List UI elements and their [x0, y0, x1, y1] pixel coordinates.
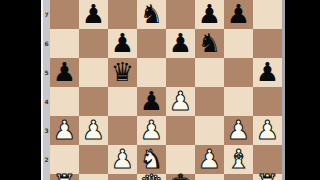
square-b7[interactable]: ♟ [79, 0, 108, 29]
piece-white-bishop-g2[interactable]: ♝ [224, 145, 253, 174]
square-c2[interactable]: ♟ [108, 145, 137, 174]
square-c1[interactable] [108, 174, 137, 180]
square-d4[interactable]: ♟ [137, 87, 166, 116]
piece-black-pawn-h5[interactable]: ♟ [253, 58, 282, 87]
square-d1[interactable]: ♛ [137, 174, 166, 180]
piece-white-pawn-g3[interactable]: ♟ [224, 116, 253, 145]
square-c3[interactable] [108, 116, 137, 145]
square-b3[interactable]: ♟ [79, 116, 108, 145]
square-f5[interactable] [195, 58, 224, 87]
piece-black-pawn-c6[interactable]: ♟ [108, 29, 137, 58]
square-e7[interactable] [166, 0, 195, 29]
piece-white-rook-a1[interactable]: ♜ [50, 170, 79, 180]
square-a1[interactable]: ♜ [50, 174, 79, 180]
rank-label-6: 6 [43, 29, 50, 58]
square-f1[interactable] [195, 174, 224, 180]
square-f4[interactable] [195, 87, 224, 116]
square-b4[interactable] [79, 87, 108, 116]
square-g3[interactable]: ♟ [224, 116, 253, 145]
piece-white-pawn-b3[interactable]: ♟ [79, 116, 108, 145]
letterbox-left [0, 0, 41, 180]
square-h4[interactable] [253, 87, 282, 116]
rank-label-5: 5 [43, 58, 50, 87]
rank-labels-strip: 765432 [41, 0, 50, 180]
square-h7[interactable] [253, 0, 282, 29]
square-g6[interactable] [224, 29, 253, 58]
square-g7[interactable]: ♟ [224, 0, 253, 29]
rank-label-2: 2 [43, 145, 50, 174]
square-a6[interactable] [50, 29, 79, 58]
piece-black-pawn-b7[interactable]: ♟ [79, 0, 108, 29]
piece-white-pawn-c2[interactable]: ♟ [108, 145, 137, 174]
square-c7[interactable] [108, 0, 137, 29]
piece-black-knight-d7[interactable]: ♞ [137, 0, 166, 29]
square-f2[interactable]: ♟ [195, 145, 224, 174]
square-d6[interactable] [137, 29, 166, 58]
square-e6[interactable]: ♟ [166, 29, 195, 58]
piece-white-pawn-h3[interactable]: ♟ [253, 116, 282, 145]
square-e3[interactable] [166, 116, 195, 145]
square-h1[interactable]: ♜ [253, 174, 282, 180]
square-g1[interactable] [224, 174, 253, 180]
square-d5[interactable] [137, 58, 166, 87]
square-e5[interactable] [166, 58, 195, 87]
rank-label-3: 3 [43, 116, 50, 145]
piece-white-pawn-f2[interactable]: ♟ [195, 145, 224, 174]
square-h3[interactable]: ♟ [253, 116, 282, 145]
square-a4[interactable] [50, 87, 79, 116]
board-right-edge [282, 0, 285, 180]
piece-white-pawn-a3[interactable]: ♟ [50, 116, 79, 145]
piece-white-king-e1[interactable]: ♚ [166, 170, 195, 180]
square-e1[interactable]: ♚ [166, 174, 195, 180]
square-a7[interactable] [50, 0, 79, 29]
square-h5[interactable]: ♟ [253, 58, 282, 87]
square-g2[interactable]: ♝ [224, 145, 253, 174]
square-b2[interactable] [79, 145, 108, 174]
piece-white-queen-d1[interactable]: ♛ [137, 170, 166, 180]
rank-label-7: 7 [43, 0, 50, 29]
square-f7[interactable]: ♟ [195, 0, 224, 29]
square-h6[interactable] [253, 29, 282, 58]
piece-white-pawn-d3[interactable]: ♟ [137, 116, 166, 145]
rank-label-4: 4 [43, 87, 50, 116]
piece-black-pawn-a5[interactable]: ♟ [50, 58, 79, 87]
letterbox-right [285, 0, 320, 180]
piece-black-pawn-g7[interactable]: ♟ [224, 0, 253, 29]
square-c5[interactable]: ♛ [108, 58, 137, 87]
chessboard-viewport: ♟♞♟♟♟♟♞♟♛♟♟♟♟♟♟♟♟♟♞♟♝♜♛♚♜ [50, 0, 282, 180]
square-a5[interactable]: ♟ [50, 58, 79, 87]
piece-black-knight-f6[interactable]: ♞ [195, 29, 224, 58]
piece-black-pawn-e6[interactable]: ♟ [166, 29, 195, 58]
piece-black-pawn-d4[interactable]: ♟ [137, 87, 166, 116]
piece-white-rook-h1[interactable]: ♜ [253, 170, 282, 180]
square-d7[interactable]: ♞ [137, 0, 166, 29]
square-b5[interactable] [79, 58, 108, 87]
square-b1[interactable] [79, 174, 108, 180]
piece-black-pawn-f7[interactable]: ♟ [195, 0, 224, 29]
square-c6[interactable]: ♟ [108, 29, 137, 58]
square-e4[interactable]: ♟ [166, 87, 195, 116]
square-d3[interactable]: ♟ [137, 116, 166, 145]
square-g5[interactable] [224, 58, 253, 87]
square-c4[interactable] [108, 87, 137, 116]
chessboard: ♟♞♟♟♟♟♞♟♛♟♟♟♟♟♟♟♟♟♞♟♝♜♛♚♜ [50, 0, 282, 180]
square-f6[interactable]: ♞ [195, 29, 224, 58]
square-f3[interactable] [195, 116, 224, 145]
square-a3[interactable]: ♟ [50, 116, 79, 145]
piece-black-queen-c5[interactable]: ♛ [108, 58, 137, 87]
square-b6[interactable] [79, 29, 108, 58]
piece-white-pawn-e4[interactable]: ♟ [166, 87, 195, 116]
square-g4[interactable] [224, 87, 253, 116]
